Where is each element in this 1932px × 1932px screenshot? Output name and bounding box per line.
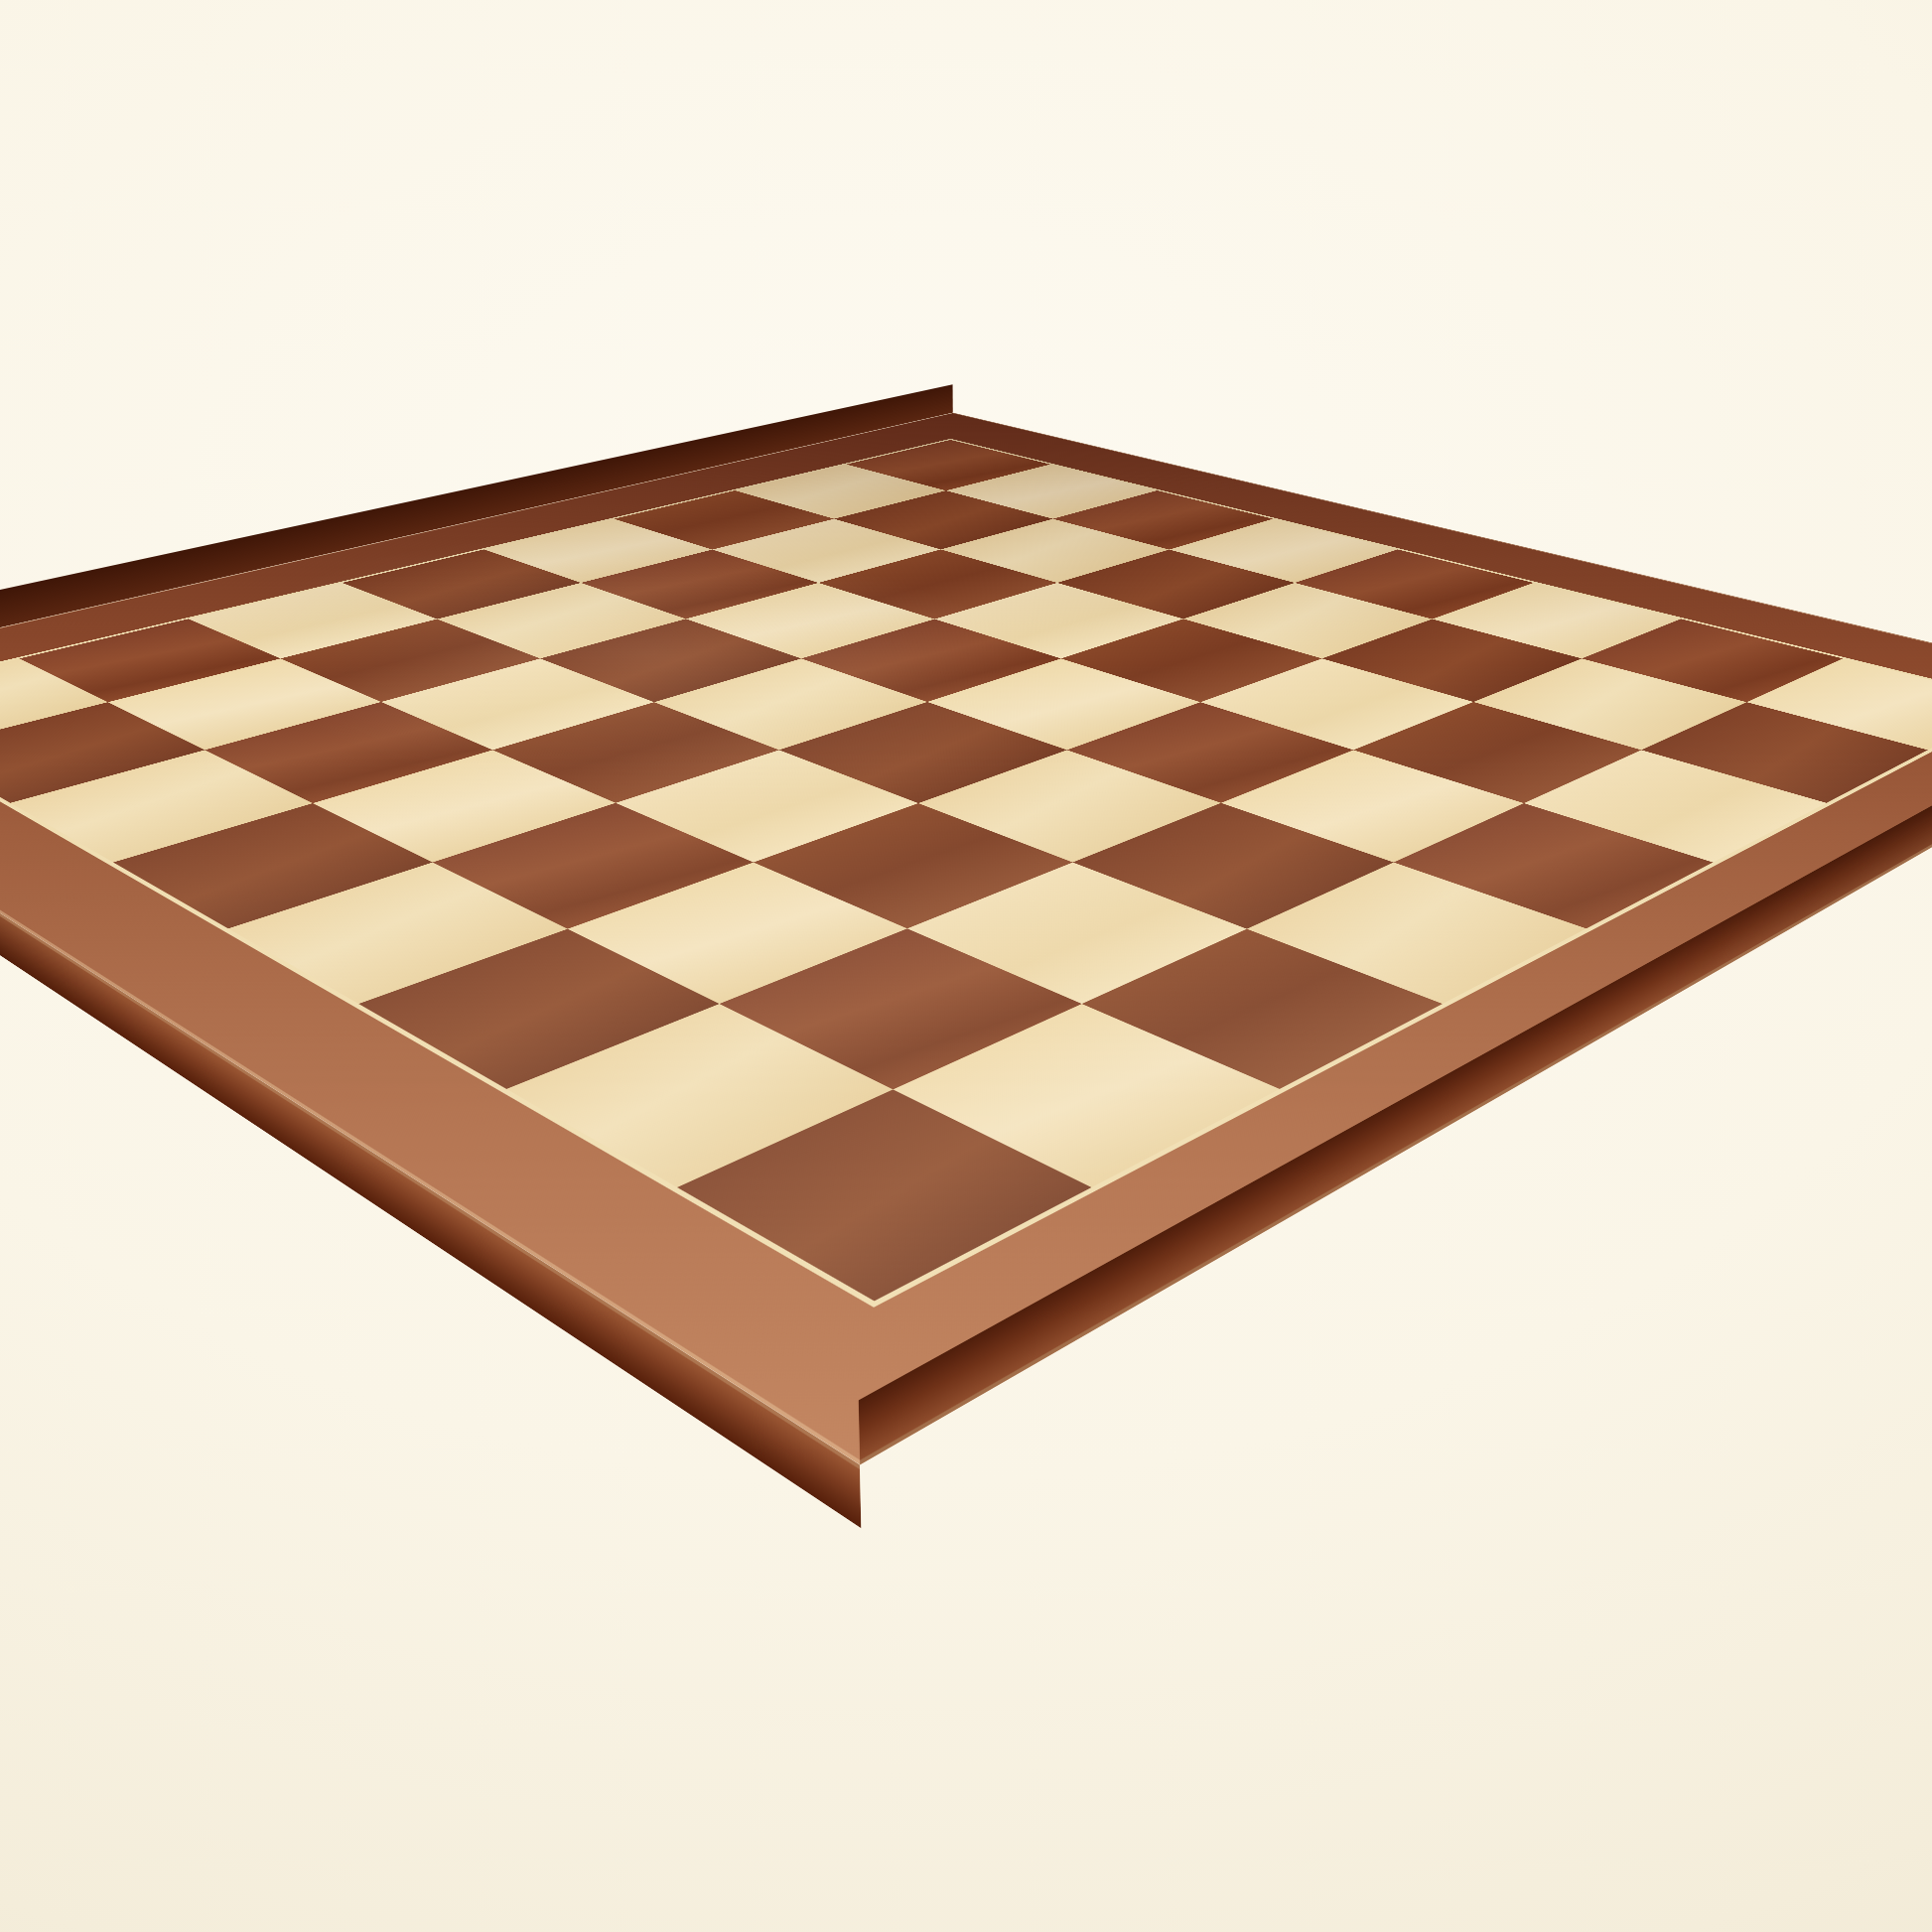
- square-c2: [206, 702, 492, 803]
- square-h7: [1641, 702, 1928, 803]
- square-e1: [228, 862, 568, 1003]
- square-e4: [779, 702, 1066, 803]
- square-h2: [894, 1004, 1280, 1187]
- square-f2: [568, 862, 907, 1003]
- square-h1: [677, 1089, 1092, 1302]
- product-photo-canvas: [0, 0, 1932, 1932]
- square-f5: [1066, 702, 1353, 803]
- square-e2: [433, 803, 753, 929]
- square-h5: [1393, 803, 1713, 929]
- square-g2: [720, 928, 1081, 1089]
- square-d2: [313, 750, 616, 862]
- square-g5: [1221, 750, 1524, 862]
- board-top-surface: [0, 413, 1932, 1465]
- square-g6: [1354, 702, 1641, 803]
- square-d3: [492, 702, 779, 803]
- chess-board: [0, 413, 1932, 1465]
- square-f3: [754, 803, 1073, 929]
- square-g1: [506, 1004, 893, 1187]
- square-f4: [918, 750, 1221, 862]
- scene: [0, 0, 1932, 1932]
- square-g3: [907, 862, 1247, 1003]
- square-c1: [10, 750, 313, 862]
- square-e3: [616, 750, 918, 862]
- square-d1: [113, 803, 433, 929]
- square-f1: [358, 928, 720, 1089]
- square-h6: [1524, 750, 1827, 862]
- square-h3: [1081, 928, 1443, 1089]
- square-g4: [1073, 803, 1393, 929]
- square-b1: [0, 702, 206, 803]
- square-h4: [1247, 862, 1587, 1003]
